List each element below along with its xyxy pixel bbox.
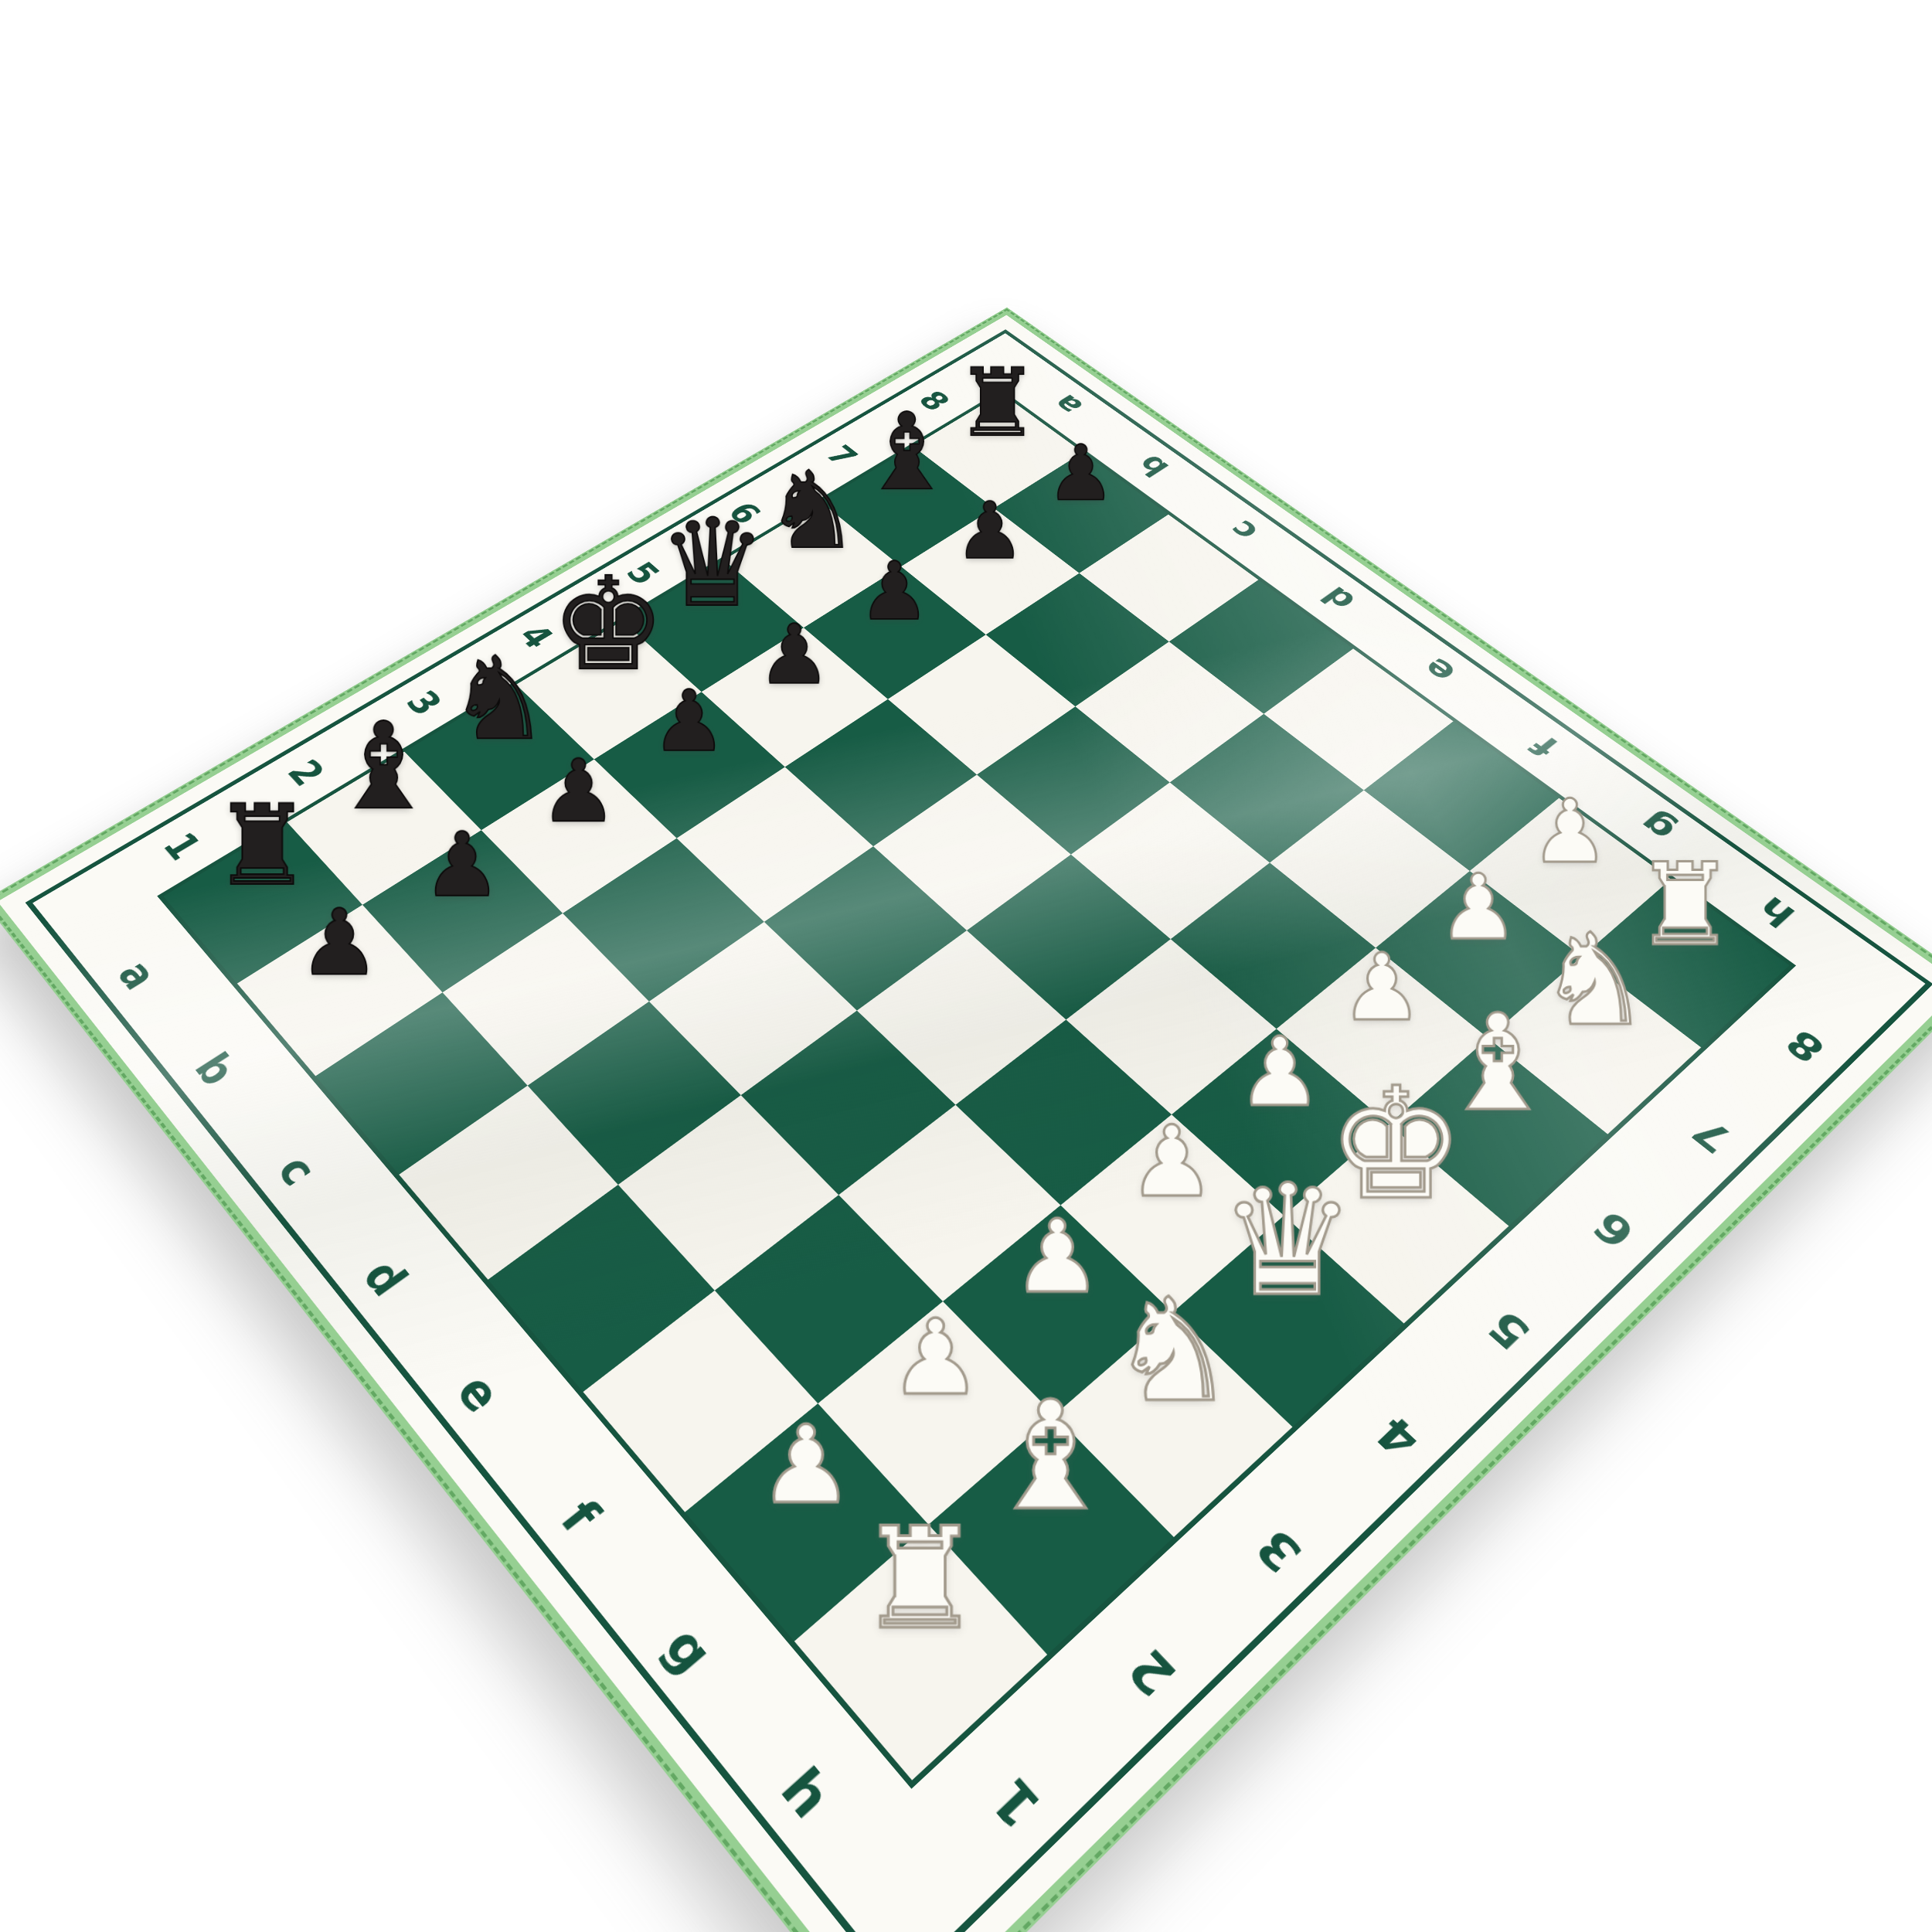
chess-mat: abcdefgh abcdefgh 87654321 87654321 ♜♟♟♜… (0, 308, 1932, 1932)
chess-board (157, 389, 1796, 1789)
photo-scene: abcdefgh abcdefgh 87654321 87654321 ♜♟♟♜… (0, 0, 1932, 1932)
